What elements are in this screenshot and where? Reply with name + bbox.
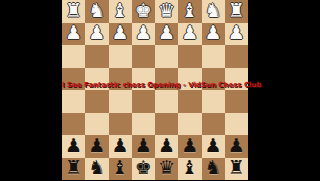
piece-white-pawn: ♟ (112, 23, 129, 42)
piece-black-rook: ♜ (65, 158, 82, 177)
square-g6[interactable] (85, 113, 108, 136)
square-g7[interactable]: ♟ (85, 135, 108, 158)
square-c4[interactable] (178, 68, 201, 91)
piece-black-pawn: ♟ (65, 136, 82, 155)
square-g2[interactable]: ♟ (85, 23, 108, 46)
square-f5[interactable] (109, 90, 132, 113)
chess-board: ♜♞♝♚♛♝♞♜♟♟♟♟♟♟♟♟♟♟♟♟♟♟♟♟♜♞♝♚♛♝♞♜ (62, 0, 248, 180)
square-h8[interactable]: ♜ (62, 158, 85, 181)
square-f3[interactable] (109, 45, 132, 68)
square-h5[interactable] (62, 90, 85, 113)
square-d3[interactable] (155, 45, 178, 68)
piece-black-knight: ♞ (88, 158, 105, 177)
square-a1[interactable]: ♜ (225, 0, 248, 23)
square-d6[interactable] (155, 113, 178, 136)
square-a5[interactable] (225, 90, 248, 113)
piece-white-knight: ♞ (88, 1, 105, 20)
square-a3[interactable] (225, 45, 248, 68)
square-c3[interactable] (178, 45, 201, 68)
piece-black-pawn: ♟ (181, 136, 198, 155)
letterbox-left (0, 0, 62, 180)
square-a4[interactable] (225, 68, 248, 91)
square-h2[interactable]: ♟ (62, 23, 85, 46)
square-e1[interactable]: ♚ (132, 0, 155, 23)
square-b4[interactable] (202, 68, 225, 91)
square-e5[interactable] (132, 90, 155, 113)
piece-white-pawn: ♟ (181, 23, 198, 42)
square-e8[interactable]: ♚ (132, 158, 155, 181)
square-b1[interactable]: ♞ (202, 0, 225, 23)
piece-white-queen: ♛ (158, 1, 175, 20)
square-c5[interactable] (178, 90, 201, 113)
piece-black-knight: ♞ (205, 158, 222, 177)
square-d4[interactable] (155, 68, 178, 91)
square-d5[interactable] (155, 90, 178, 113)
square-e6[interactable] (132, 113, 155, 136)
square-d7[interactable]: ♟ (155, 135, 178, 158)
square-e3[interactable] (132, 45, 155, 68)
square-b7[interactable]: ♟ (202, 135, 225, 158)
square-d1[interactable]: ♛ (155, 0, 178, 23)
piece-black-pawn: ♟ (135, 136, 152, 155)
square-f1[interactable]: ♝ (109, 0, 132, 23)
square-c1[interactable]: ♝ (178, 0, 201, 23)
piece-black-pawn: ♟ (205, 136, 222, 155)
square-b5[interactable] (202, 90, 225, 113)
piece-white-rook: ♜ (228, 1, 245, 20)
piece-white-bishop: ♝ (181, 1, 198, 20)
square-b6[interactable] (202, 113, 225, 136)
piece-black-king: ♚ (135, 158, 152, 177)
piece-white-pawn: ♟ (228, 23, 245, 42)
piece-white-pawn: ♟ (205, 23, 222, 42)
square-b8[interactable]: ♞ (202, 158, 225, 181)
piece-white-pawn: ♟ (158, 23, 175, 42)
piece-black-pawn: ♟ (112, 136, 129, 155)
square-a2[interactable]: ♟ (225, 23, 248, 46)
piece-white-knight: ♞ (205, 1, 222, 20)
square-h1[interactable]: ♜ (62, 0, 85, 23)
video-frame: ♜♞♝♚♛♝♞♜♟♟♟♟♟♟♟♟♟♟♟♟♟♟♟♟♜♞♝♚♛♝♞♜ I See F… (0, 0, 320, 180)
square-c6[interactable] (178, 113, 201, 136)
square-g3[interactable] (85, 45, 108, 68)
square-f4[interactable] (109, 68, 132, 91)
square-f8[interactable]: ♝ (109, 158, 132, 181)
square-h6[interactable] (62, 113, 85, 136)
square-g8[interactable]: ♞ (85, 158, 108, 181)
piece-white-pawn: ♟ (135, 23, 152, 42)
piece-black-bishop: ♝ (181, 158, 198, 177)
piece-white-rook: ♜ (65, 1, 82, 20)
square-c2[interactable]: ♟ (178, 23, 201, 46)
square-a7[interactable]: ♟ (225, 135, 248, 158)
square-h3[interactable] (62, 45, 85, 68)
square-g5[interactable] (85, 90, 108, 113)
square-h7[interactable]: ♟ (62, 135, 85, 158)
square-f7[interactable]: ♟ (109, 135, 132, 158)
square-g4[interactable] (85, 68, 108, 91)
square-e2[interactable]: ♟ (132, 23, 155, 46)
square-c8[interactable]: ♝ (178, 158, 201, 181)
square-d8[interactable]: ♛ (155, 158, 178, 181)
square-a8[interactable]: ♜ (225, 158, 248, 181)
square-c7[interactable]: ♟ (178, 135, 201, 158)
piece-black-pawn: ♟ (88, 136, 105, 155)
piece-black-pawn: ♟ (158, 136, 175, 155)
square-g1[interactable]: ♞ (85, 0, 108, 23)
piece-black-pawn: ♟ (228, 136, 245, 155)
piece-white-king: ♚ (135, 1, 152, 20)
piece-black-bishop: ♝ (112, 158, 129, 177)
square-h4[interactable] (62, 68, 85, 91)
square-a6[interactable] (225, 113, 248, 136)
square-f6[interactable] (109, 113, 132, 136)
piece-black-queen: ♛ (158, 158, 175, 177)
square-f2[interactable]: ♟ (109, 23, 132, 46)
letterbox-right (248, 0, 320, 180)
piece-black-rook: ♜ (228, 158, 245, 177)
piece-white-bishop: ♝ (112, 1, 129, 20)
square-e7[interactable]: ♟ (132, 135, 155, 158)
square-e4[interactable] (132, 68, 155, 91)
square-d2[interactable]: ♟ (155, 23, 178, 46)
square-b3[interactable] (202, 45, 225, 68)
piece-white-pawn: ♟ (65, 23, 82, 42)
piece-white-pawn: ♟ (88, 23, 105, 42)
square-b2[interactable]: ♟ (202, 23, 225, 46)
